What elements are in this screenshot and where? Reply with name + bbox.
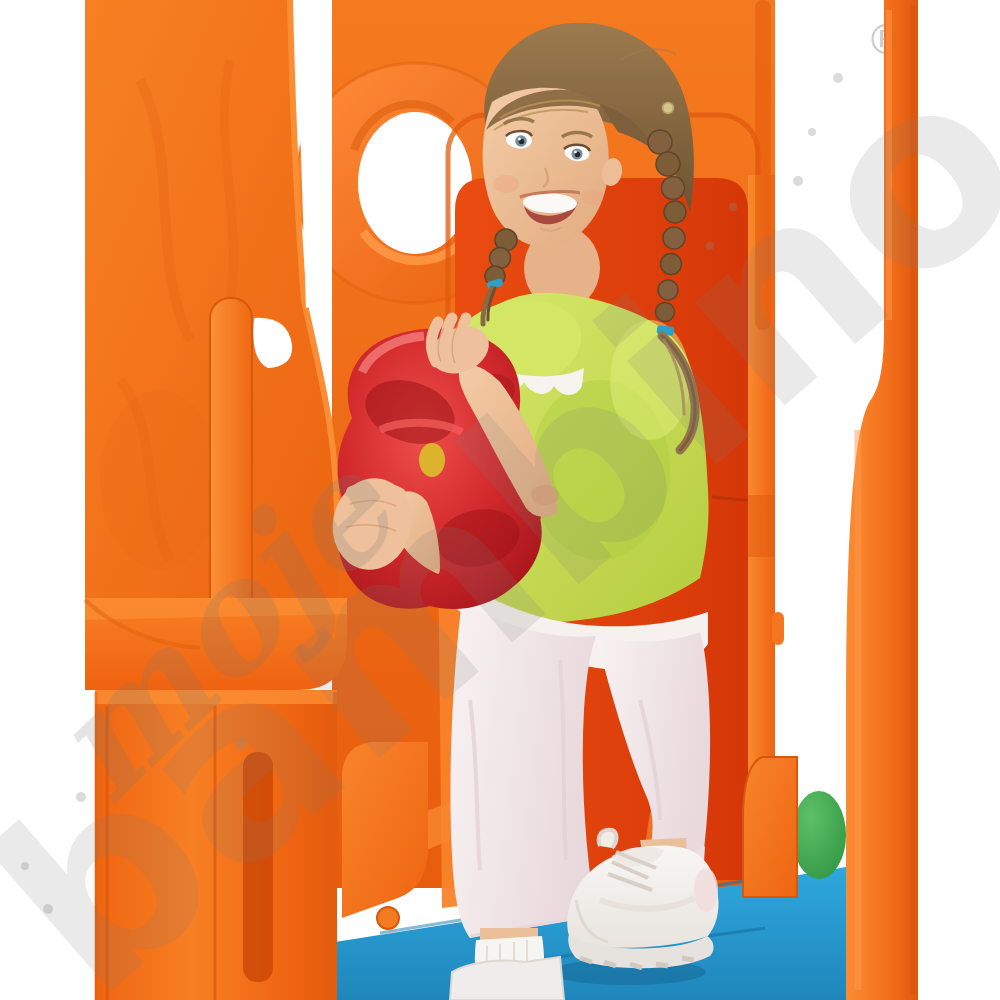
green-ball <box>792 791 846 879</box>
hair-clip <box>663 103 674 114</box>
blush <box>493 175 519 193</box>
floor-cap <box>377 907 399 929</box>
lace-loop <box>599 830 617 848</box>
right-base-wedge <box>743 757 797 897</box>
scene-canvas: ® <box>0 0 1000 1000</box>
product-photo: ® <box>0 0 1000 1000</box>
